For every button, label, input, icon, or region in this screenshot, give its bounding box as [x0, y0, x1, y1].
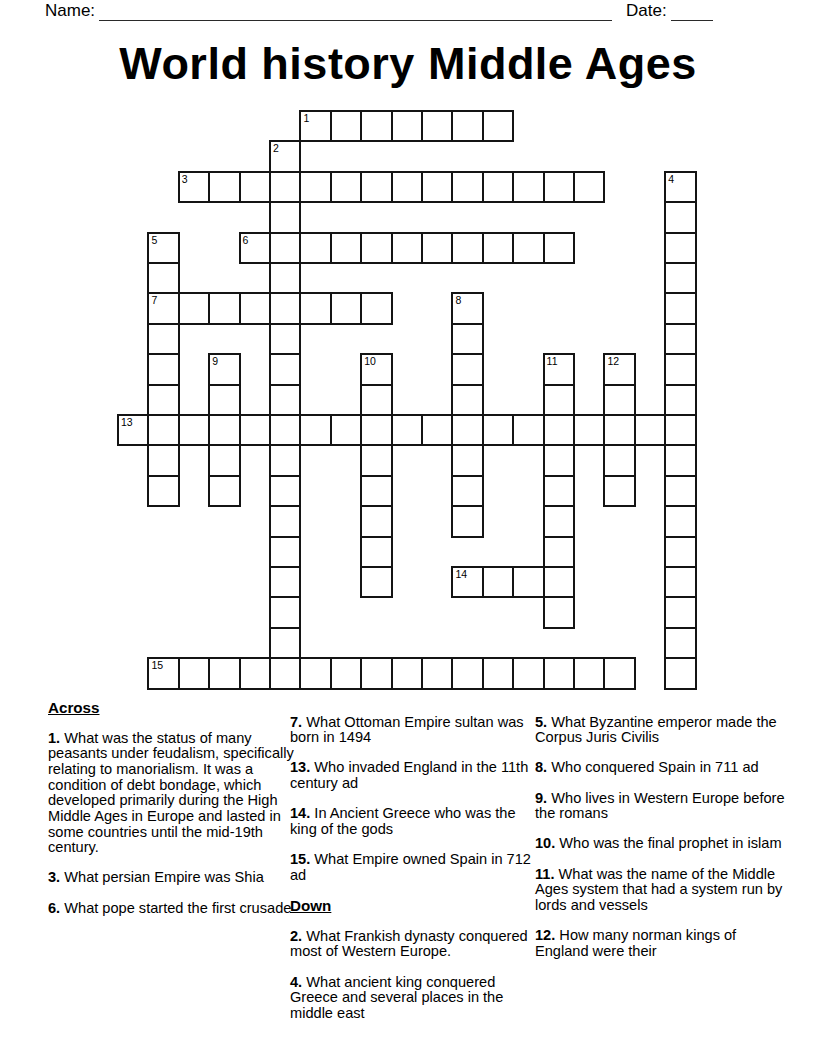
grid-cell[interactable]: [543, 536, 575, 568]
grid-cell[interactable]: [451, 414, 483, 446]
grid-cell[interactable]: [451, 657, 483, 689]
grid-cell[interactable]: 10: [360, 353, 392, 385]
clue-item-9: 9. Who lives in Western Europe before th…: [535, 791, 788, 822]
clue-item-text: Who invaded England in the 11th century …: [290, 759, 528, 791]
clue-column-right: 5. What Byzantine emperor made the Corpu…: [535, 700, 788, 974]
clue-item-number: 1.: [48, 730, 64, 746]
grid-cell[interactable]: [360, 232, 392, 264]
grid-cell[interactable]: 7: [147, 292, 179, 324]
grid-cell[interactable]: [664, 232, 696, 264]
grid-cell[interactable]: [391, 110, 423, 142]
grid-cell[interactable]: [299, 232, 331, 264]
grid-cell[interactable]: 6: [239, 232, 271, 264]
grid-cell[interactable]: [269, 505, 301, 537]
clue-item-14: 14. In Ancient Greece who was the king o…: [290, 806, 536, 837]
clue-item-text: Who was the final prophet in islam: [559, 835, 781, 851]
grid-cell[interactable]: [664, 262, 696, 294]
grid-cell[interactable]: [664, 384, 696, 416]
clue-number: 9: [212, 355, 218, 367]
grid-cell[interactable]: [360, 536, 392, 568]
grid-cell[interactable]: [208, 475, 240, 507]
clue-item-6: 6. What pope started the first crusade: [48, 901, 301, 917]
grid-cell[interactable]: [451, 323, 483, 355]
clue-item-number: 15.: [290, 851, 314, 867]
grid-cell[interactable]: [664, 566, 696, 598]
clue-item-text: What was the status of many peasants und…: [48, 730, 294, 855]
grid-cell[interactable]: [512, 171, 544, 203]
clue-item-number: 13.: [290, 759, 314, 775]
grid-cell[interactable]: [269, 201, 301, 233]
grid-cell[interactable]: [543, 657, 575, 689]
grid-cell[interactable]: [451, 171, 483, 203]
grid-cell[interactable]: [482, 414, 514, 446]
clue-item-number: 11.: [535, 866, 559, 882]
clue-number: 2: [273, 142, 279, 154]
clue-item-number: 9.: [535, 790, 551, 806]
clue-item-text: What Frankish dynasty conquered most of …: [290, 928, 528, 960]
grid-cell[interactable]: [178, 292, 210, 324]
clue-item-text: What ancient king conquered Greece and s…: [290, 974, 503, 1021]
clue-number: 10: [364, 355, 376, 367]
grid-cell[interactable]: [543, 505, 575, 537]
clue-item-text: Who lives in Western Europe before the r…: [535, 790, 785, 822]
grid-cell[interactable]: [208, 171, 240, 203]
grid-cell[interactable]: [573, 657, 605, 689]
grid-cell[interactable]: [451, 110, 483, 142]
grid-cell[interactable]: [664, 475, 696, 507]
grid-cell[interactable]: [360, 444, 392, 476]
grid-cell[interactable]: [543, 566, 575, 598]
grid-cell[interactable]: [208, 384, 240, 416]
clue-item-text: Who conquered Spain in 711 ad: [551, 759, 758, 775]
grid-cell[interactable]: [269, 444, 301, 476]
clue-number: 3: [182, 173, 188, 185]
clue-item-number: 3.: [48, 869, 64, 885]
clue-item-12: 12. How many norman kings of England wer…: [535, 928, 788, 959]
grid-cell[interactable]: [391, 414, 423, 446]
grid-cell[interactable]: [451, 232, 483, 264]
grid-cell[interactable]: [147, 384, 179, 416]
grid-cell[interactable]: [664, 536, 696, 568]
clue-item-number: 12.: [535, 927, 559, 943]
clue-item-8: 8. Who conquered Spain in 711 ad: [535, 760, 788, 776]
grid-cell[interactable]: [543, 444, 575, 476]
grid-cell[interactable]: 12: [603, 353, 635, 385]
clue-number: 11: [547, 355, 558, 367]
grid-cell[interactable]: [603, 657, 635, 689]
grid-cell[interactable]: [360, 566, 392, 598]
grid-cell[interactable]: [451, 384, 483, 416]
grid-cell[interactable]: [391, 657, 423, 689]
grid-cell[interactable]: [299, 292, 331, 324]
grid-cell[interactable]: [421, 232, 453, 264]
grid-cell[interactable]: [330, 657, 362, 689]
grid-cell[interactable]: [573, 171, 605, 203]
clue-number: 14: [455, 568, 467, 580]
clue-number: 7: [151, 294, 157, 306]
grid-cell[interactable]: 2: [269, 140, 301, 172]
grid-cell[interactable]: [512, 657, 544, 689]
grid-cell[interactable]: [239, 171, 271, 203]
worksheet: Name: Date: World history Middle Ages 12…: [0, 0, 816, 1056]
grid-cell[interactable]: [664, 292, 696, 324]
grid-cell[interactable]: [451, 475, 483, 507]
grid-cell[interactable]: [147, 262, 179, 294]
grid-cell[interactable]: [664, 444, 696, 476]
grid-cell[interactable]: [543, 384, 575, 416]
grid-cell[interactable]: 11: [543, 353, 575, 385]
grid-cell[interactable]: 3: [178, 171, 210, 203]
grid-cell[interactable]: [208, 657, 240, 689]
grid-cell[interactable]: [482, 657, 514, 689]
grid-cell[interactable]: [178, 414, 210, 446]
clue-item-text: What Ottoman Empire sultan was born in 1…: [290, 714, 524, 746]
grid-cell[interactable]: 1: [299, 110, 331, 142]
clue-item-7: 7. What Ottoman Empire sultan was born i…: [290, 715, 536, 746]
clue-item-number: 4.: [290, 974, 306, 990]
grid-cell[interactable]: [421, 171, 453, 203]
grid-cell[interactable]: [360, 171, 392, 203]
grid-cell[interactable]: [239, 657, 271, 689]
clue-number: 5: [151, 234, 157, 246]
grid-cell[interactable]: [269, 171, 301, 203]
grid-cell[interactable]: [269, 232, 301, 264]
grid-cell[interactable]: [391, 232, 423, 264]
grid-cell[interactable]: [360, 384, 392, 416]
grid-cell[interactable]: [421, 110, 453, 142]
grid-cell[interactable]: [330, 171, 362, 203]
grid-cell[interactable]: [482, 566, 514, 598]
grid-cell[interactable]: [269, 262, 301, 294]
grid-cell[interactable]: [269, 657, 301, 689]
grid-cell[interactable]: [603, 475, 635, 507]
grid-cell[interactable]: [482, 171, 514, 203]
grid-cell[interactable]: [330, 110, 362, 142]
grid-cell[interactable]: [208, 292, 240, 324]
clue-item-number: 5.: [535, 714, 551, 730]
clue-item-text: What Empire owned Spain in 712 ad: [290, 851, 531, 883]
grid-cell[interactable]: [360, 657, 392, 689]
grid-cell[interactable]: [664, 353, 696, 385]
grid-cell[interactable]: [634, 414, 666, 446]
clue-item-10: 10. Who was the final prophet in islam: [535, 836, 788, 852]
clue-item-number: 2.: [290, 928, 306, 944]
grid-cell[interactable]: [664, 627, 696, 659]
grid-cell[interactable]: [360, 292, 392, 324]
grid-cell[interactable]: [269, 627, 301, 659]
grid-cell[interactable]: 13: [117, 414, 149, 446]
grid-cell[interactable]: [269, 475, 301, 507]
grid-cell[interactable]: [330, 414, 362, 446]
grid-cell[interactable]: [451, 353, 483, 385]
grid-cell[interactable]: [269, 292, 301, 324]
clue-item-11: 11. What was the name of the Middle Ages…: [535, 867, 788, 914]
grid-cell[interactable]: [391, 171, 423, 203]
grid-cell[interactable]: [269, 536, 301, 568]
grid-cell[interactable]: [543, 232, 575, 264]
grid-cell[interactable]: [451, 505, 483, 537]
grid-cell[interactable]: [573, 414, 605, 446]
grid-cell[interactable]: [664, 657, 696, 689]
down-heading: Down: [290, 898, 536, 914]
grid-cell[interactable]: 8: [451, 292, 483, 324]
clue-item-number: 6.: [48, 900, 64, 916]
grid-cell[interactable]: [360, 414, 392, 446]
grid-cell[interactable]: [664, 323, 696, 355]
grid-cell[interactable]: 9: [208, 353, 240, 385]
grid-cell[interactable]: [269, 323, 301, 355]
grid-cell[interactable]: [147, 323, 179, 355]
clue-number: 12: [607, 355, 619, 367]
grid-cell[interactable]: [421, 657, 453, 689]
grid-cell[interactable]: [360, 110, 392, 142]
clue-item-2: 2. What Frankish dynasty conquered most …: [290, 929, 536, 960]
grid-cell[interactable]: [603, 414, 635, 446]
clue-item-text: What was the name of the Middle Ages sys…: [535, 866, 782, 913]
clue-item-4: 4. What ancient king conquered Greece an…: [290, 975, 536, 1022]
grid-cell[interactable]: [208, 444, 240, 476]
grid-cell[interactable]: [330, 292, 362, 324]
clue-item-15: 15. What Empire owned Spain in 712 ad: [290, 852, 536, 883]
grid-cell[interactable]: [603, 444, 635, 476]
grid-cell[interactable]: [512, 232, 544, 264]
grid-cell[interactable]: [269, 353, 301, 385]
grid-cell[interactable]: [299, 657, 331, 689]
grid-cell[interactable]: [147, 353, 179, 385]
clue-number: 15: [151, 659, 163, 671]
grid-cell[interactable]: [543, 596, 575, 628]
grid-cell[interactable]: [147, 475, 179, 507]
clue-number: 13: [121, 416, 133, 428]
grid-cell[interactable]: [664, 505, 696, 537]
grid-cell[interactable]: [360, 505, 392, 537]
grid-cell[interactable]: [543, 414, 575, 446]
clue-item-13: 13. Who invaded England in the 11th cent…: [290, 760, 536, 791]
grid-cell[interactable]: [543, 475, 575, 507]
grid-cell[interactable]: [239, 292, 271, 324]
clue-item-number: 7.: [290, 714, 306, 730]
clue-item-text: In Ancient Greece who was the king of th…: [290, 805, 516, 837]
grid-cell[interactable]: [482, 110, 514, 142]
grid-cell[interactable]: [239, 414, 271, 446]
grid-cell[interactable]: [512, 414, 544, 446]
grid-cell[interactable]: [360, 475, 392, 507]
clue-item-number: 14.: [290, 805, 314, 821]
grid-cell[interactable]: [482, 232, 514, 264]
grid-cell[interactable]: 4: [664, 171, 696, 203]
clue-item-1: 1. What was the status of many peasants …: [48, 731, 301, 856]
grid-cell[interactable]: [269, 414, 301, 446]
clue-column-middle: 7. What Ottoman Empire sultan was born i…: [290, 700, 536, 1036]
clue-number: 1: [303, 112, 309, 124]
clue-item-5: 5. What Byzantine emperor made the Corpu…: [535, 715, 788, 746]
grid-cell[interactable]: [421, 414, 453, 446]
grid-cell[interactable]: [512, 566, 544, 598]
grid-cell[interactable]: [208, 414, 240, 446]
grid-cell[interactable]: [451, 444, 483, 476]
clue-column-left: Across1. What was the status of many pea…: [48, 700, 301, 931]
across-heading: Across: [48, 700, 301, 716]
grid-cell[interactable]: [603, 384, 635, 416]
clue-number: 6: [243, 234, 249, 246]
clue-item-text: What pope started the first crusade: [64, 900, 291, 916]
grid-cell[interactable]: [269, 566, 301, 598]
clue-item-number: 8.: [535, 759, 551, 775]
grid-cell[interactable]: [269, 596, 301, 628]
clue-item-text: What persian Empire was Shia: [64, 869, 264, 885]
grid-cell[interactable]: [147, 444, 179, 476]
clue-item-number: 10.: [535, 835, 559, 851]
grid-cell[interactable]: [147, 414, 179, 446]
grid-cell[interactable]: [299, 414, 331, 446]
clue-item-text: How many norman kings of England were th…: [535, 927, 736, 959]
grid-cell[interactable]: 5: [147, 232, 179, 264]
clue-number: 4: [668, 173, 674, 185]
clue-number: 8: [455, 294, 461, 306]
grid-cell[interactable]: 14: [451, 566, 483, 598]
grid-cell[interactable]: [178, 657, 210, 689]
grid-cell[interactable]: [664, 596, 696, 628]
grid-cell[interactable]: 15: [147, 657, 179, 689]
grid-cell[interactable]: [664, 414, 696, 446]
grid-cell[interactable]: [299, 171, 331, 203]
grid-cell[interactable]: [269, 384, 301, 416]
grid-cell[interactable]: [543, 171, 575, 203]
clue-item-3: 3. What persian Empire was Shia: [48, 870, 301, 886]
grid-cell[interactable]: [330, 232, 362, 264]
clue-item-text: What Byzantine emperor made the Corpus J…: [535, 714, 777, 746]
grid-cell[interactable]: [664, 201, 696, 233]
